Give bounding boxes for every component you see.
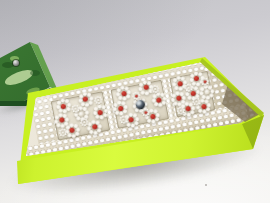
red-accent-dot (144, 111, 147, 114)
glass-dot (187, 86, 190, 89)
red-accent-dot (194, 76, 200, 82)
glass-dot (62, 131, 65, 134)
glass-dot (179, 109, 182, 112)
tray-compartment-right (169, 71, 215, 118)
glass-dot (78, 111, 84, 117)
red-accent-dot (121, 91, 127, 97)
red-accent-dot (70, 128, 76, 134)
glass-dot (204, 89, 210, 95)
red-accent-dot (185, 106, 191, 112)
dust-speck (205, 184, 207, 186)
red-accent-dot (201, 104, 207, 110)
red-accent-dot (150, 114, 156, 120)
metal-dot (135, 100, 146, 111)
glass-dot (83, 121, 86, 124)
red-accent-dot (97, 109, 103, 115)
glass-dot (195, 100, 198, 103)
glass-dot (96, 99, 99, 102)
glass-dot (122, 118, 125, 121)
red-accent-dot (59, 117, 65, 123)
red-accent-dot (190, 90, 196, 96)
leaf-shade-blob (30, 70, 40, 76)
red-accent-dot (177, 81, 183, 87)
red-accent-dot (118, 105, 124, 111)
red-accent-dot (92, 124, 98, 130)
red-accent-dot (156, 97, 162, 103)
red-accent-dot (128, 117, 134, 123)
giftbox-stud (13, 60, 19, 66)
red-accent-dot (134, 94, 137, 97)
red-accent-dot (176, 95, 182, 101)
leaf-blob (3, 67, 35, 88)
red-accent-dot (203, 80, 206, 83)
glass-dot (154, 87, 157, 90)
red-accent-dot (83, 96, 89, 102)
glass-dot (74, 107, 77, 110)
photo-canvas (0, 0, 270, 203)
red-accent-dot (143, 85, 149, 91)
red-accent-dot (61, 103, 67, 109)
